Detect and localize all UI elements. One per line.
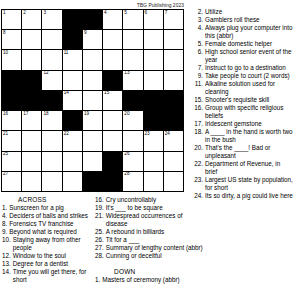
cell-r3c4[interactable]: 11 xyxy=(63,50,82,69)
cell-r1c2[interactable]: 2 xyxy=(22,10,41,29)
cell-r5c8 xyxy=(144,91,163,110)
cell-r6c7[interactable]: 20 xyxy=(123,111,142,130)
clue-text: Department of Revenue, in brief xyxy=(205,160,293,176)
cell-number: 7 xyxy=(165,11,168,16)
clue-number: 1. xyxy=(2,204,7,212)
clue-text: Take people to court (2 words) xyxy=(205,72,293,80)
cell-r1c9[interactable]: 7 xyxy=(164,10,183,29)
cell-number: 23 xyxy=(145,132,150,137)
clue-across-27: 27.Summary of lengthy content (abbr) xyxy=(95,244,205,252)
clue-number: 24. xyxy=(193,192,203,200)
clue-number: 13. xyxy=(2,260,11,268)
clue-down-2: 2.Utilize xyxy=(193,8,293,16)
cell-r9c8[interactable] xyxy=(144,172,163,191)
cell-r1c1[interactable]: 1 xyxy=(2,10,21,29)
cell-r5c4[interactable]: 14 xyxy=(63,91,82,110)
cell-r1c7[interactable]: 5 xyxy=(123,10,142,29)
clue-down-11: 11.Alkaline solution used for cleaning xyxy=(193,80,293,96)
clue-text: Masters of ceremony (abbr) xyxy=(102,276,205,284)
clue-across-19: 19.It's ___ to be square xyxy=(95,204,205,212)
clue-number: 7. xyxy=(193,64,203,72)
clue-across-13: 13.Degree for a dentist xyxy=(2,260,95,268)
clue-text: Window to the soul xyxy=(13,252,95,260)
clue-across-14: 14.Time you will get there, for short xyxy=(2,268,95,284)
clue-across-25: 25.A rebound in billiards xyxy=(95,228,205,236)
clue-text: Group with specific religious beliefs xyxy=(205,104,293,120)
clue-across-26: 26.Tit for a ___ xyxy=(95,236,205,244)
cell-r4c7[interactable]: 13 xyxy=(123,71,142,90)
cell-r8c4[interactable] xyxy=(63,152,82,171)
cell-number: 20 xyxy=(124,112,129,117)
clue-down-15: 15.Shooter's requisite skill xyxy=(193,96,293,104)
clue-number: 17. xyxy=(193,120,203,128)
cell-r4c9[interactable] xyxy=(164,71,183,90)
cell-number: 19 xyxy=(84,112,89,117)
clue-text: Instruct to go to a destination xyxy=(205,64,293,72)
cell-r1c3[interactable]: 3 xyxy=(42,10,61,29)
clue-number: 4. xyxy=(2,212,7,220)
cell-r1c6[interactable]: 4 xyxy=(103,10,122,29)
cell-r9c3[interactable] xyxy=(42,172,61,191)
clue-down-22: 22.Department of Revenue, in brief xyxy=(193,160,293,176)
cell-r4c2 xyxy=(22,71,41,90)
cell-r3c1[interactable]: 10 xyxy=(2,50,21,69)
cell-r1c4 xyxy=(63,10,82,29)
cell-r6c4 xyxy=(63,111,82,130)
cell-r3c9[interactable] xyxy=(164,50,183,69)
cell-r8c2[interactable] xyxy=(22,152,41,171)
clue-text: Time you will get there, for short xyxy=(13,268,95,284)
clue-across-1: 1.Sunscreen for a pig xyxy=(2,204,95,212)
cell-r6c6[interactable] xyxy=(103,111,122,130)
cell-r2c8[interactable] xyxy=(144,30,163,49)
cell-r6c9 xyxy=(164,111,183,130)
cell-r2c3[interactable] xyxy=(42,30,61,49)
cell-r6c3[interactable]: 18 xyxy=(42,111,61,130)
cell-r7c5[interactable] xyxy=(83,131,102,150)
clue-number: 14. xyxy=(2,268,11,276)
clue-text: Female domestic helper xyxy=(205,40,293,48)
cell-number: 3 xyxy=(43,11,46,16)
clue-text: Gamblers roll these xyxy=(205,16,293,24)
cell-number: 22 xyxy=(64,132,69,137)
clue-text: Widespread occurrences of disease xyxy=(106,212,205,228)
clue-text: Beyond what is required xyxy=(9,228,95,236)
clue-number: 25. xyxy=(95,228,104,236)
clue-text: Always plug your computer into this (abb… xyxy=(205,24,293,40)
clue-text: A rebound in billiards xyxy=(106,228,205,236)
cell-r7c9[interactable]: 24 xyxy=(164,131,183,150)
clue-number: 3. xyxy=(193,16,203,24)
cell-number: 5 xyxy=(124,11,127,16)
clue-text: Iridescent gemstone xyxy=(205,120,293,128)
cell-r7c6[interactable] xyxy=(103,131,122,150)
clue-across-12: 12.Window to the soul xyxy=(2,252,95,260)
cell-r2c9[interactable] xyxy=(164,30,183,49)
cell-r9c7[interactable]: 28 xyxy=(123,172,142,191)
clue-down-1: 1.Masters of ceremony (abbr) xyxy=(95,276,205,284)
cell-number: 13 xyxy=(124,71,129,76)
clue-text: Summary of lengthy content (abbr) xyxy=(106,244,205,252)
cell-r2c4 xyxy=(63,30,82,49)
cell-r4c6 xyxy=(103,71,122,90)
clue-down-3: 3.Gamblers roll these xyxy=(193,16,293,24)
cell-r2c1[interactable]: 8 xyxy=(2,30,21,49)
clue-text: Forensics TV franchise xyxy=(9,220,95,228)
clue-number: 19. xyxy=(95,204,104,212)
crossword-page: TBG Publishing 2023 12345678910111213141… xyxy=(0,0,294,300)
clue-down-9: 9.Take people to court (2 words) xyxy=(193,72,293,80)
clue-down-23: 23.Largest US state by population, for s… xyxy=(193,176,293,192)
cell-r4c1 xyxy=(2,71,21,90)
clue-down-18: 18.A ____ in the hand is worth two in th… xyxy=(193,128,293,144)
cell-r8c8[interactable] xyxy=(144,152,163,171)
cell-number: 24 xyxy=(165,132,170,137)
clue-text: Staying away from other people xyxy=(13,236,95,252)
clue-across-28: 28.Cunning or deceitful xyxy=(95,252,205,260)
cell-r7c3[interactable] xyxy=(42,131,61,150)
clue-number: 22. xyxy=(193,160,203,168)
clue-number: 26. xyxy=(95,236,104,244)
clue-down-20: 20.That's the ____! Bad or unpleasant xyxy=(193,144,293,160)
cell-r5c2 xyxy=(22,91,41,110)
cell-r4c4[interactable] xyxy=(63,71,82,90)
clue-text: A ____ in the hand is worth two in the b… xyxy=(205,128,293,144)
cell-r6c5[interactable]: 19 xyxy=(83,111,102,130)
cell-r5c3 xyxy=(42,91,61,110)
clue-down-7: 7.Instruct to go to a destination xyxy=(193,64,293,72)
clue-number: 27. xyxy=(95,244,104,252)
cell-r8c5[interactable] xyxy=(83,152,102,171)
cell-r1c8[interactable]: 6 xyxy=(144,10,163,29)
cell-number: 17 xyxy=(23,112,28,117)
cell-r3c5[interactable] xyxy=(83,50,102,69)
down-heading: DOWN xyxy=(95,268,205,276)
clue-number: 12. xyxy=(2,252,11,260)
cell-r7c4[interactable]: 22 xyxy=(63,131,82,150)
cell-number: 14 xyxy=(64,91,69,96)
cell-r9c5 xyxy=(83,172,102,191)
middle-clues-column: 16.Cry uncontrollably19.It's ___ to be s… xyxy=(95,196,205,284)
cell-number: 16 xyxy=(3,112,8,117)
cell-r5c6[interactable]: 15 xyxy=(103,91,122,110)
cell-r4c3[interactable]: 12 xyxy=(42,71,61,90)
cell-number: 11 xyxy=(64,51,69,56)
clue-text: Largest US state by population, for shor… xyxy=(205,176,293,192)
cell-r8c7[interactable]: 26 xyxy=(123,152,142,171)
clue-text: That's the ____! Bad or unpleasant xyxy=(205,144,293,160)
cell-r9c2[interactable] xyxy=(22,172,41,191)
clue-number: 10. xyxy=(2,236,11,244)
clue-number: 9. xyxy=(2,228,7,236)
cell-r9c4[interactable] xyxy=(63,172,82,191)
cell-r7c7[interactable] xyxy=(123,131,142,150)
cell-r7c2[interactable] xyxy=(22,131,41,150)
cell-number: 1 xyxy=(3,11,6,16)
cell-number: 9 xyxy=(84,31,87,36)
cell-r9c9[interactable] xyxy=(164,172,183,191)
clue-down-24: 24.Its so dirty, a pig could live here xyxy=(193,192,293,200)
clue-text: Deciders of balls and strikes xyxy=(9,212,95,220)
cell-r3c8[interactable] xyxy=(144,50,163,69)
clue-text: Its so dirty, a pig could live here xyxy=(205,192,293,200)
cell-r3c6[interactable] xyxy=(103,50,122,69)
cell-r9c6 xyxy=(103,172,122,191)
clue-text: Utilize xyxy=(205,8,293,16)
across-clues-part2: 16.Cry uncontrollably19.It's ___ to be s… xyxy=(95,196,205,260)
clue-down-17: 17.Iridescent gemstone xyxy=(193,120,293,128)
clue-number: 4. xyxy=(193,24,203,32)
clue-text: Alkaline solution used for cleaning xyxy=(205,80,293,96)
cell-r5c7 xyxy=(123,91,142,110)
cell-r3c3[interactable] xyxy=(42,50,61,69)
cell-number: 25 xyxy=(3,152,8,157)
clue-number: 15. xyxy=(193,96,203,104)
cell-number: 15 xyxy=(104,91,109,96)
cell-number: 6 xyxy=(145,11,148,16)
cell-r5c1 xyxy=(2,91,21,110)
clue-across-9: 9.Beyond what is required xyxy=(2,228,95,236)
cell-number: 26 xyxy=(124,152,129,157)
clue-number: 16. xyxy=(95,196,104,204)
cell-number: 8 xyxy=(3,31,6,36)
cell-r2c2[interactable] xyxy=(22,30,41,49)
cell-number: 2 xyxy=(23,11,26,16)
clue-number: 18. xyxy=(193,128,203,136)
cell-r5c9 xyxy=(164,91,183,110)
down-clues-part2: 2.Utilize3.Gamblers roll these4.Always p… xyxy=(193,8,293,200)
clue-down-6: 6.High school senior event of the year xyxy=(193,48,293,64)
cell-r6c8 xyxy=(144,111,163,130)
cell-number: 12 xyxy=(43,71,48,76)
cell-number: 18 xyxy=(43,112,48,117)
across-clues-column: ACROSS 1.Sunscreen for a pig4.Deciders o… xyxy=(2,196,95,284)
cell-r1c5 xyxy=(83,10,102,29)
cell-r6c1[interactable]: 16 xyxy=(2,111,21,130)
cell-number: 10 xyxy=(3,51,8,56)
clue-number: 21. xyxy=(95,212,104,220)
clue-text: It's ___ to be square xyxy=(106,204,205,212)
cell-r2c6[interactable] xyxy=(103,30,122,49)
clue-across-4: 4.Deciders of balls and strikes xyxy=(2,212,95,220)
cell-number: 4 xyxy=(104,11,107,16)
cell-number: 21 xyxy=(3,132,8,137)
cell-r8c6 xyxy=(103,152,122,171)
cell-r2c5[interactable]: 9 xyxy=(83,30,102,49)
down-clues-column: 2.Utilize3.Gamblers roll these4.Always p… xyxy=(193,8,293,200)
clue-text: Tit for a ___ xyxy=(106,236,205,244)
clue-number: 28. xyxy=(95,252,104,260)
clue-text: Cunning or deceitful xyxy=(106,252,205,260)
across-heading: ACROSS xyxy=(2,196,95,204)
cell-r5c5[interactable] xyxy=(83,91,102,110)
clue-number: 16. xyxy=(193,104,203,112)
cell-r3c7[interactable] xyxy=(123,50,142,69)
cell-r8c1[interactable]: 25 xyxy=(2,152,21,171)
cell-r4c5[interactable] xyxy=(83,71,102,90)
clue-text: Sunscreen for a pig xyxy=(9,204,95,212)
clue-across-16: 16.Cry uncontrollably xyxy=(95,196,205,204)
cell-r6c2[interactable]: 17 xyxy=(22,111,41,130)
clue-number: 5. xyxy=(193,40,203,48)
across-clues-part1: 1.Sunscreen for a pig4.Deciders of balls… xyxy=(2,204,95,284)
clue-text: High school senior event of the year xyxy=(205,48,293,64)
cell-r8c3[interactable] xyxy=(42,152,61,171)
clue-across-10: 10.Staying away from other people xyxy=(2,236,95,252)
clue-number: 2. xyxy=(193,8,203,16)
clue-down-4: 4.Always plug your computer into this (a… xyxy=(193,24,293,40)
cell-number: 27 xyxy=(3,172,8,177)
cell-number: 28 xyxy=(124,172,129,177)
clue-number: 1. xyxy=(95,276,100,284)
cell-r8c9[interactable] xyxy=(164,152,183,171)
cell-r7c1[interactable]: 21 xyxy=(2,131,21,150)
clue-across-21: 21.Widespread occurrences of disease xyxy=(95,212,205,228)
clue-text: Degree for a dentist xyxy=(13,260,95,268)
cell-r2c7[interactable] xyxy=(123,30,142,49)
cell-r9c1[interactable]: 27 xyxy=(2,172,21,191)
clue-number: 11. xyxy=(193,80,203,88)
clue-across-8: 8.Forensics TV franchise xyxy=(2,220,95,228)
clue-down-16: 16.Group with specific religious beliefs xyxy=(193,104,293,120)
clue-number: 9. xyxy=(193,72,203,80)
clue-text: Cry uncontrollably xyxy=(106,196,205,204)
copyright-text: TBG Publishing 2023 xyxy=(0,2,184,8)
down-clues-part1: 1.Masters of ceremony (abbr) xyxy=(95,276,205,284)
clue-number: 23. xyxy=(193,176,203,184)
clue-number: 8. xyxy=(2,220,7,228)
clue-down-5: 5.Female domestic helper xyxy=(193,40,293,48)
cell-r4c8[interactable] xyxy=(144,71,163,90)
cell-r3c2[interactable] xyxy=(22,50,41,69)
crossword-grid: 1234567891011121314151617181920212223242… xyxy=(1,9,184,192)
clue-text: Shooter's requisite skill xyxy=(205,96,293,104)
clue-number: 20. xyxy=(193,144,203,152)
cell-r7c8[interactable]: 23 xyxy=(144,131,163,150)
clue-number: 6. xyxy=(193,48,203,56)
